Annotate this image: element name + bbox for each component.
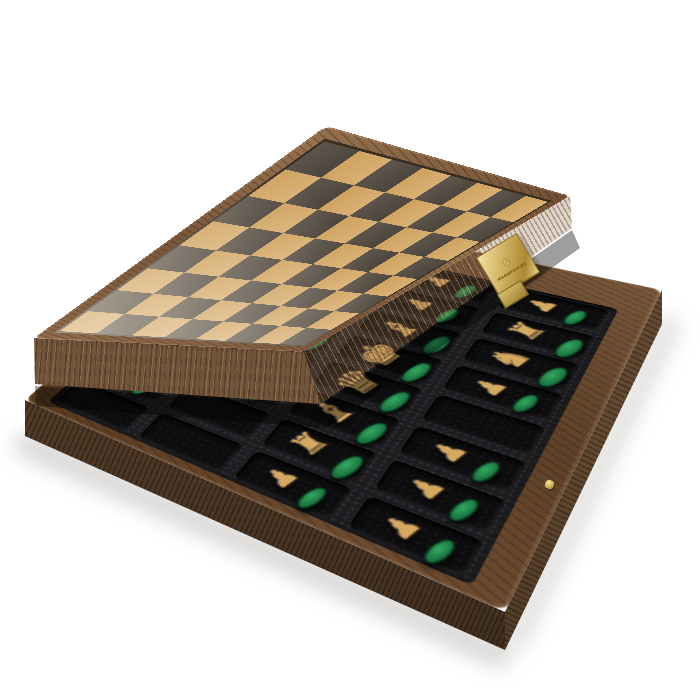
product-photo-chess-case: ♟♟♟♟♟♚♟♜♞♛♝♞♝♜♚♟♝♜♛♞♟♝♟♟♜♟♟♟ ♘ MANOPOULO… [0, 0, 700, 700]
piece-felt-base [549, 336, 589, 360]
brass-brand-plaque: ♘ MANOPOULOS [482, 238, 544, 310]
piece-felt-base [532, 364, 573, 390]
piece-felt-base [351, 419, 393, 447]
piece-felt-base [325, 452, 369, 482]
